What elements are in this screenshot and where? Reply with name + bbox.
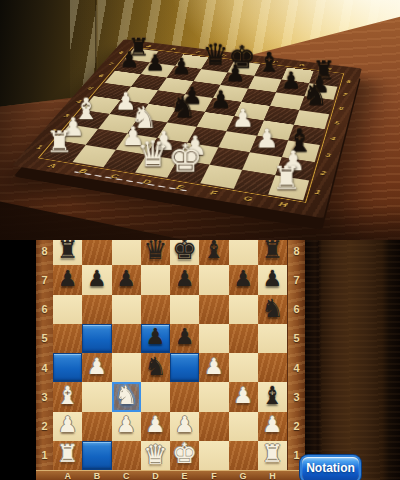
square-g5[interactable] [229,324,258,353]
board-3d-coordinate-label: 3 [325,152,332,159]
square-g4[interactable] [229,353,258,382]
board-3d-coordinate-label: 1 [314,188,321,196]
rank-label: 2 [36,412,53,441]
square-e4[interactable] [170,353,199,382]
board-3d-coordinate-label: 5 [334,120,340,126]
white-pawn: ♟ [233,385,253,407]
white-rook: ♜ [46,127,73,157]
square-c2[interactable]: ♟ [112,412,141,441]
board-3d-coordinate-label: 7 [342,92,348,97]
file-label: E [170,471,199,480]
black-pawn: ♟ [233,268,253,290]
white-bishop: ♝ [56,383,78,408]
square-d8[interactable]: ♛ [141,240,170,265]
square-f5[interactable] [199,324,228,353]
black-knight: ♞ [261,296,283,321]
black-bishop: ♝ [257,49,281,76]
rank-label: 3 [288,382,305,411]
square-c1[interactable] [112,441,141,470]
board-3d-coordinate-label: 4 [330,135,337,141]
square-a7[interactable]: ♟ [53,265,82,294]
rank-label: 5 [36,324,53,353]
rank-label: 6 [36,295,53,324]
chess-game-screen: ♜♛♚♝♜♟♟♟♟♟♟♞♟♟♟♞♟♝♞♟♝♟♟♟♟♟♜♛♚♜ AABBCCDDE… [0,0,400,480]
white-queen: ♛ [143,441,167,468]
square-b2[interactable] [82,412,111,441]
white-pawn: ♟ [232,106,254,131]
square-h2[interactable]: ♟ [258,412,287,441]
square-a3[interactable]: ♝ [53,382,82,411]
black-pawn: ♟ [116,268,136,290]
white-pawn: ♟ [58,414,78,436]
square-g8[interactable] [229,240,258,265]
black-pawn: ♟ [281,69,302,92]
square-g1[interactable] [229,441,258,470]
square-c4[interactable] [112,353,141,382]
square-f3[interactable] [199,382,228,411]
square3d-e4 [196,112,234,131]
square-h1[interactable]: ♜ [258,441,287,470]
white-rook: ♜ [57,442,79,466]
top-board-squares: ♜♛♚♝♜♟♟♟♟♟♟♞♟♟♟♞♟♝♞♟♝♟♟♟♟♟♜♛♚♜ [42,48,341,200]
board-3d-coordinate-label: C [195,50,202,54]
black-king: ♚ [172,240,197,264]
rank-label: 8 [36,240,53,265]
white-queen: ♛ [137,136,169,172]
square-h5[interactable] [258,324,287,353]
rank-label: 1 [36,441,53,470]
rank-label: 3 [36,382,53,411]
white-rook: ♜ [272,162,301,194]
square-d6[interactable] [141,295,170,324]
square-d7[interactable] [141,265,170,294]
rank-label: 8 [288,240,305,265]
file-frame-bottom: ABCDEFGH [36,470,304,480]
square-d4[interactable]: ♞ [141,353,170,382]
square-e5[interactable]: ♟ [170,324,199,353]
black-pawn: ♟ [175,326,195,348]
black-rook: ♜ [57,240,79,262]
board-3d-scene: ♜♛♚♝♜♟♟♟♟♟♟♞♟♟♟♞♟♝♞♟♝♟♟♟♟♟♜♛♚♜ AABBCCDDE… [0,0,400,240]
square-c8[interactable] [112,240,141,265]
white-king: ♚ [172,440,197,468]
square-f1[interactable] [199,441,228,470]
square-h6[interactable]: ♞ [258,295,287,324]
square-c6[interactable] [112,295,141,324]
square-a2[interactable]: ♟ [53,412,82,441]
rank-label: 2 [288,412,305,441]
white-pawn: ♟ [146,414,166,436]
square-g6[interactable] [229,295,258,324]
black-queen: ♛ [143,240,167,263]
square-b4[interactable]: ♟ [82,353,111,382]
board-3d-coordinate-label: 6 [338,106,344,111]
white-pawn: ♟ [255,126,278,152]
white-king: ♚ [168,139,203,178]
wood-background-panel [304,240,400,480]
square-g7[interactable]: ♟ [229,265,258,294]
black-pawn: ♟ [210,88,231,112]
rank-label: 7 [36,265,53,294]
board-3d-coordinate-label: G [242,194,254,203]
square3d-b1 [73,145,116,167]
rank-frame-right: 87654321 [287,240,305,470]
white-pawn: ♟ [263,414,283,436]
square-b3[interactable] [82,382,111,411]
board-3d-coordinate-label: H [278,200,289,209]
square-f6[interactable] [199,295,228,324]
black-knight: ♞ [144,354,166,379]
bottom-board-squares: ♜♛♚♝♜♟♟♟♟♟♟♞♟♟♟♞♟♝♞♟♝♟♟♟♟♟♜♛♚♜ [53,240,287,470]
black-pawn: ♟ [120,49,140,71]
black-pawn: ♟ [146,326,166,348]
board-3d-coordinate-label: 6 [97,73,105,78]
square-d1[interactable]: ♛ [141,441,170,470]
black-bishop: ♝ [203,240,225,262]
square-e3[interactable] [170,382,199,411]
square-d2[interactable]: ♟ [141,412,170,441]
square-b1[interactable] [82,441,111,470]
board-3d-coordinate-label: 2 [320,170,327,177]
white-pawn: ♟ [116,414,136,436]
square-g2[interactable] [229,412,258,441]
rank-frame-left: 87654321 [36,240,54,470]
black-rook: ♜ [262,240,284,262]
notation-button[interactable]: Notation [302,457,359,480]
rank-label: 4 [36,353,53,382]
square-e7[interactable]: ♟ [170,265,199,294]
file-label: F [199,471,228,480]
square-b7[interactable]: ♟ [82,265,111,294]
square-a6[interactable] [53,295,82,324]
black-pawn: ♟ [225,62,245,85]
square-b8[interactable] [82,240,111,265]
square3d-d4: ♞ [167,108,205,127]
square-c7[interactable]: ♟ [112,265,141,294]
file-label: C [112,471,141,480]
black-bishop: ♝ [261,383,283,408]
black-pawn: ♟ [145,52,165,74]
square-e6[interactable] [170,295,199,324]
black-knight: ♞ [170,93,197,123]
board-3d-coordinate-label: 8 [346,79,352,84]
square-g3[interactable]: ♟ [229,382,258,411]
board-3d-coordinate-label: 7 [108,62,115,66]
black-pawn: ♟ [263,268,283,290]
square-f4[interactable]: ♟ [199,353,228,382]
square-h7[interactable]: ♟ [258,265,287,294]
black-pawn: ♟ [87,268,107,290]
square-a1[interactable]: ♜ [53,441,82,470]
square-a4[interactable] [53,353,82,382]
rank-label: 4 [288,353,305,382]
square-d5[interactable]: ♟ [141,324,170,353]
rank-label: 6 [288,295,305,324]
square-e8[interactable]: ♚ [170,240,199,265]
white-pawn: ♟ [87,356,107,378]
square-a5[interactable] [53,324,82,353]
square-f7[interactable] [199,265,228,294]
board-3d: ♜♛♚♝♜♟♟♟♟♟♟♞♟♟♟♞♟♝♞♟♝♟♟♟♟♟♜♛♚♜ AABBCCDDE… [12,39,362,218]
board-3d-coordinate-label: B [77,167,89,175]
square-e1[interactable]: ♚ [170,441,199,470]
bottom-screen-touch-board: 87654321 87654321 ABCDEFGH ♜♛♚♝♜♟♟♟♟♟♟♞♟… [0,240,400,480]
square-h4[interactable] [258,353,287,382]
top-screen-3d-view: ♜♛♚♝♜♟♟♟♟♟♟♞♟♟♟♞♟♝♞♟♝♟♟♟♟♟♜♛♚♜ AABBCCDDE… [0,0,400,240]
square-h8[interactable]: ♜ [258,240,287,265]
square3d-f2 [210,147,250,169]
board-3d-coordinate-label: 5 [86,86,94,91]
board-3d-coordinate-label: B [170,47,177,51]
square-c3[interactable]: ♞ [112,382,141,411]
file-label: G [229,471,258,480]
board-3d-coordinate-label: A [46,162,58,170]
black-pawn: ♟ [58,268,78,290]
black-knight: ♞ [302,81,328,110]
white-pawn: ♟ [204,356,224,378]
square-d3[interactable] [141,382,170,411]
square-a8[interactable]: ♜ [53,240,82,265]
file-label: H [258,471,287,480]
square-f2[interactable] [199,412,228,441]
board-3d-coordinate-label: 1 [35,144,44,150]
square-c5[interactable] [112,324,141,353]
square-f8[interactable]: ♝ [199,240,228,265]
white-pawn: ♟ [175,414,195,436]
white-rook: ♜ [262,442,284,466]
square3d-h1: ♜ [268,175,309,200]
file-label: B [82,471,111,480]
file-label: D [141,471,170,480]
board-2d: 87654321 87654321 ABCDEFGH ♜♛♚♝♜♟♟♟♟♟♟♞♟… [36,240,304,480]
square-b6[interactable] [82,295,111,324]
square-h3[interactable]: ♝ [258,382,287,411]
file-label: A [53,471,82,480]
square-e2[interactable]: ♟ [170,412,199,441]
rank-label: 7 [288,265,305,294]
black-pawn: ♟ [175,268,195,290]
board-3d-coordinate-label: F [209,188,219,196]
black-pawn: ♟ [172,55,192,77]
rank-label: 5 [288,324,305,353]
square-b5[interactable] [82,324,111,353]
white-knight: ♞ [115,383,137,408]
